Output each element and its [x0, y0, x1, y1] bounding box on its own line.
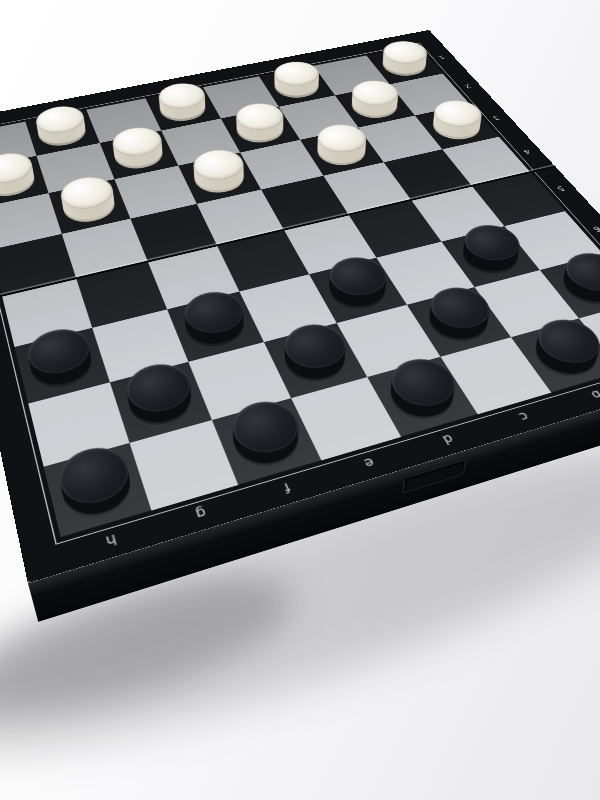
board-scene: hgfedcba12345678	[0, 0, 600, 800]
photo-stage: hgfedcba12345678	[0, 0, 600, 800]
checkers-board: hgfedcba12345678	[0, 30, 600, 583]
case-latch[interactable]	[402, 459, 466, 493]
